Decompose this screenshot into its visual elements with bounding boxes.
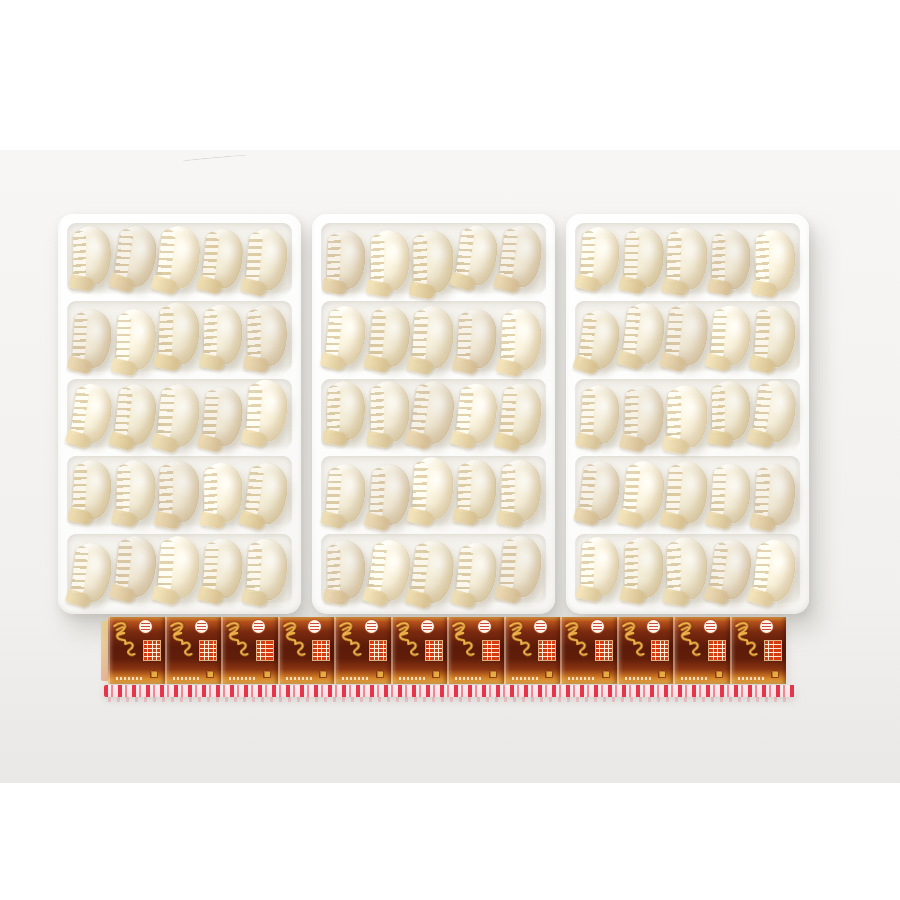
packet-fine-print	[625, 677, 652, 680]
gyoza-dumpling	[753, 539, 797, 603]
gyoza-dumpling	[710, 538, 753, 601]
round-badge-icon	[478, 620, 491, 633]
gyoza-dumpling	[500, 308, 543, 371]
gyoza-dumpling	[665, 385, 709, 450]
gyoza-dumpling	[370, 464, 410, 525]
gyoza-dumpling	[203, 228, 244, 289]
gyoza-dumpling	[203, 387, 243, 448]
red-seal-icon	[370, 641, 386, 660]
gyoza-dumpling	[711, 305, 751, 366]
packet-fine-print	[568, 677, 595, 680]
round-badge-icon	[195, 620, 208, 633]
tray-compartment	[67, 301, 292, 372]
gyoza-dumpling	[500, 383, 543, 446]
gyoza-dumpling	[413, 306, 454, 369]
gyoza-dumpling	[457, 308, 497, 369]
packet-fine-print	[229, 677, 256, 680]
gyoza-dumpling	[665, 536, 710, 602]
sauce-packet	[617, 617, 674, 684]
gyoza-tray	[58, 214, 301, 614]
gold-stamp-icon	[489, 670, 497, 678]
tray-compartment	[321, 301, 546, 372]
tray-compartment	[575, 223, 800, 294]
red-seal-icon	[596, 641, 612, 660]
gyoza-dumpling	[754, 463, 796, 526]
round-badge-icon	[252, 620, 265, 633]
gyoza-tray	[566, 214, 809, 614]
gold-stamp-icon	[715, 670, 723, 678]
red-seal-icon	[652, 641, 668, 660]
packet-calligraphy-icon	[223, 618, 253, 664]
tray-compartment	[67, 456, 292, 527]
tray-compartment	[321, 379, 546, 450]
round-badge-icon	[421, 620, 434, 633]
gold-stamp-icon	[658, 670, 666, 678]
gyoza-dumpling	[412, 457, 454, 521]
gyoza-dumpling	[623, 385, 665, 447]
gyoza-dumpling	[158, 301, 201, 365]
packet-fine-print	[173, 677, 200, 680]
sauce-packet	[165, 617, 222, 684]
red-seal-icon	[483, 641, 499, 660]
gyoza-dumpling	[579, 460, 621, 521]
tray-compartment	[321, 223, 546, 294]
gyoza-dumpling	[710, 228, 752, 290]
gyoza-dumpling	[753, 228, 798, 293]
packet-calligraphy-icon	[336, 618, 366, 664]
gyoza-dumpling	[326, 229, 367, 289]
gyoza-dumpling	[623, 461, 665, 523]
gyoza-dumpling	[115, 460, 157, 522]
tray-compartment	[67, 223, 292, 294]
tray-compartment	[575, 301, 800, 372]
gold-stamp-icon	[545, 670, 553, 678]
gyoza-dumpling	[411, 539, 455, 604]
gyoza-dumpling	[753, 380, 798, 445]
gyoza-dumpling	[246, 538, 288, 601]
gold-stamp-icon	[150, 670, 158, 678]
gyoza-dumpling	[158, 384, 201, 448]
gyoza-dumpling	[72, 309, 111, 368]
packet-calligraphy-icon	[166, 618, 196, 664]
gyoza-dumpling	[709, 380, 752, 443]
red-seal-icon	[709, 641, 725, 660]
gyoza-dumpling	[666, 302, 709, 366]
packet-calligraphy-icon	[279, 618, 309, 664]
round-badge-icon	[139, 620, 152, 633]
sauce-packet	[334, 617, 391, 684]
packet-calligraphy-icon	[505, 618, 535, 664]
gyoza-dumpling	[500, 535, 542, 598]
gyoza-dumpling	[456, 542, 497, 603]
gyoza-dumpling	[71, 542, 113, 603]
red-seal-icon	[313, 641, 329, 660]
gyoza-dumpling	[202, 461, 245, 524]
sauce-packet	[221, 617, 278, 684]
gyoza-dumpling	[324, 539, 367, 601]
packet-fine-print	[738, 677, 765, 680]
sauce-packet	[560, 617, 617, 684]
gyoza-dumpling	[326, 464, 366, 524]
gyoza-dumpling	[246, 228, 288, 291]
packet-calligraphy-icon	[449, 618, 479, 664]
gyoza-dumpling	[369, 305, 410, 367]
red-seal-icon	[539, 641, 555, 660]
gold-stamp-icon	[263, 670, 271, 678]
round-badge-icon	[704, 620, 717, 633]
red-seal-icon	[765, 641, 781, 660]
gyoza-dumpling	[456, 459, 497, 520]
gyoza-dumpling	[115, 308, 156, 370]
gyoza-dumpling	[157, 459, 201, 524]
round-badge-icon	[760, 620, 773, 633]
sauce-packet	[391, 617, 448, 684]
tray-compartment	[321, 456, 546, 527]
packet-fine-print	[681, 677, 708, 680]
round-badge-icon	[308, 620, 321, 633]
gyoza-dumpling	[245, 303, 290, 368]
sauce-packet	[673, 617, 730, 684]
tray-compartment	[67, 534, 292, 605]
gyoza-dumpling	[580, 385, 620, 445]
gyoza-dumpling	[114, 383, 157, 446]
packet-fine-print	[116, 677, 143, 680]
gold-stamp-icon	[432, 670, 440, 678]
gyoza-dumpling	[115, 535, 157, 597]
gyoza-dumpling	[247, 380, 288, 442]
gold-stamp-icon	[206, 670, 214, 678]
gyoza-dumpling	[666, 461, 708, 525]
gyoza-dumpling	[326, 305, 367, 365]
gyoza-dumpling	[367, 380, 411, 444]
gyoza-dumpling	[70, 383, 113, 445]
gold-stamp-icon	[602, 670, 610, 678]
gyoza-dumpling	[622, 302, 665, 365]
packet-calligraphy-icon	[675, 618, 705, 664]
gyoza-dumpling	[72, 460, 112, 520]
round-badge-icon	[591, 620, 604, 633]
packet-fine-print	[455, 677, 482, 680]
gyoza-dumpling	[579, 536, 620, 596]
sauce-packet	[278, 617, 335, 684]
gyoza-dumpling	[755, 305, 796, 367]
packet-fine-print	[512, 677, 539, 680]
perforation-film-edge	[104, 685, 796, 697]
round-badge-icon	[365, 620, 378, 633]
red-seal-icon	[426, 641, 442, 660]
packet-fine-print	[286, 677, 313, 680]
gyoza-dumpling	[368, 539, 412, 603]
gyoza-dumpling	[580, 227, 619, 286]
packet-fine-print	[399, 677, 426, 680]
gyoza-dumpling	[578, 308, 621, 370]
red-seal-icon	[200, 641, 216, 660]
gyoza-dumpling	[499, 459, 543, 523]
round-badge-icon	[647, 620, 660, 633]
sauce-packet	[504, 617, 561, 684]
gold-stamp-icon	[319, 670, 327, 678]
red-seal-icon	[257, 641, 273, 660]
gyoza-dumpling	[712, 464, 751, 524]
gyoza-tray	[312, 214, 555, 614]
gold-stamp-icon	[771, 670, 779, 678]
gyoza-dumpling	[245, 461, 290, 526]
packet-fine-print	[342, 677, 369, 680]
packet-calligraphy-icon	[731, 618, 761, 664]
gyoza-dumpling	[158, 536, 200, 600]
tray-compartment	[575, 456, 800, 527]
gyoza-dumpling	[456, 224, 499, 287]
packet-calligraphy-icon	[392, 618, 422, 664]
gyoza-dumpling	[114, 225, 158, 289]
gyoza-dumpling	[325, 380, 367, 441]
sauce-packet-strip	[108, 617, 786, 684]
gold-stamp-icon	[376, 670, 384, 678]
tray-compartment	[575, 534, 800, 605]
sauce-packet	[108, 617, 165, 684]
sauce-packet	[730, 617, 787, 684]
tray-compartment	[575, 379, 800, 450]
gyoza-dumpling	[666, 226, 709, 290]
gyoza-dumpling	[623, 227, 664, 289]
gyoza-dumpling	[202, 303, 244, 365]
gyoza-dumpling	[622, 536, 665, 599]
gyoza-dumpling	[157, 225, 201, 290]
packet-calligraphy-icon	[562, 618, 592, 664]
gyoza-dumpling	[204, 539, 243, 599]
red-seal-icon	[144, 641, 160, 660]
gyoza-dumpling	[499, 224, 543, 288]
tray-compartment	[67, 379, 292, 450]
gyoza-dumpling	[70, 225, 113, 287]
packet-calligraphy-icon	[110, 618, 140, 664]
tray-compartment	[321, 534, 546, 605]
gyoza-dumpling	[411, 380, 456, 446]
gyoza-dumpling	[456, 383, 498, 445]
trays-row	[58, 214, 809, 614]
round-badge-icon	[534, 620, 547, 633]
packet-calligraphy-icon	[618, 618, 648, 664]
sauce-packet	[447, 617, 504, 684]
gyoza-dumpling	[368, 229, 411, 292]
